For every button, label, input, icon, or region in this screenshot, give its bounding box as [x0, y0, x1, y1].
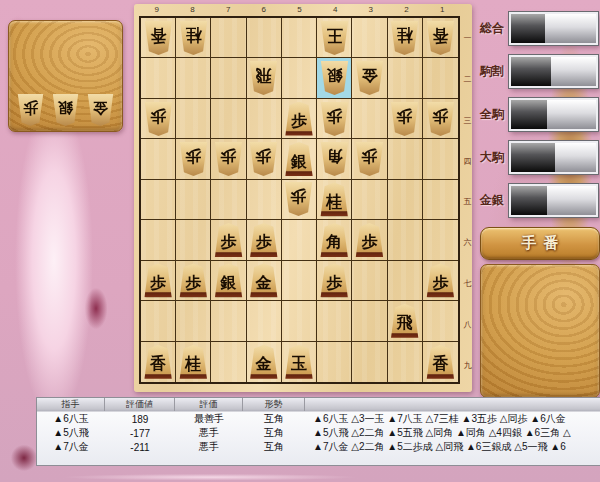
board-square[interactable]	[388, 58, 423, 98]
eval-bar-label: 駒割	[466, 63, 504, 80]
board-square[interactable]: 桂	[176, 18, 211, 58]
board-square[interactable]	[211, 301, 246, 341]
gote-piece-王[interactable]: 王	[320, 21, 349, 55]
eval-bar-dark-segment	[511, 14, 545, 43]
board-square[interactable]: 香	[423, 18, 458, 58]
sente-piece-桂[interactable]: 桂	[179, 345, 208, 379]
board-square[interactable]: 歩	[352, 139, 387, 179]
board-square[interactable]	[388, 220, 423, 260]
board-square[interactable]: 歩	[247, 220, 282, 260]
turn-indicator: 手番	[480, 227, 600, 260]
board-square[interactable]: 桂	[388, 18, 423, 58]
board-square[interactable]: 飛	[247, 58, 282, 98]
gote-hand-pieces: 歩銀金	[17, 94, 114, 126]
board-square[interactable]	[423, 139, 458, 179]
position-assessment: 互角	[243, 412, 305, 426]
board-square[interactable]: 銀	[317, 58, 352, 98]
file-label: 1	[424, 4, 460, 16]
board-square[interactable]	[282, 220, 317, 260]
gote-piece-角[interactable]: 角	[320, 142, 349, 176]
sente-piece-角[interactable]: 角	[320, 223, 349, 257]
board-square[interactable]	[247, 180, 282, 220]
gote-piece-歩[interactable]: 歩	[355, 142, 384, 176]
board-square[interactable]	[247, 18, 282, 58]
board-square[interactable]: 角	[317, 139, 352, 179]
eval-value: -211	[105, 442, 175, 453]
board-grid: 香桂王桂香飛銀金歩歩歩歩歩歩歩歩銀角歩歩桂歩歩角歩歩歩銀金歩歩飛香桂金玉香	[139, 16, 460, 384]
eval-bar	[509, 12, 598, 45]
analysis-column-header: 指手	[37, 398, 105, 411]
candidate-move: ▲7八金	[37, 440, 105, 454]
eval-bar-label: 金銀	[466, 192, 504, 209]
gote-piece-歩[interactable]: 歩	[426, 102, 455, 136]
board-square[interactable]	[141, 220, 176, 260]
board-square[interactable]	[176, 301, 211, 341]
analysis-column-header: 形勢	[243, 398, 305, 411]
analysis-rows: ▲6八玉189最善手互角▲6八玉 △3一玉 ▲7八玉 △7三桂 ▲3五歩 △同歩…	[37, 412, 600, 454]
eval-bar	[509, 184, 598, 217]
board-square[interactable]	[141, 139, 176, 179]
board-square[interactable]: 歩	[423, 99, 458, 139]
eval-bar-row: 金銀	[466, 183, 598, 218]
eval-bar-label: 全駒	[466, 106, 504, 123]
sente-piece-歩[interactable]: 歩	[320, 263, 349, 297]
board-square[interactable]: 角	[317, 220, 352, 260]
board-square[interactable]	[176, 99, 211, 139]
gote-piece-桂[interactable]: 桂	[179, 21, 208, 55]
board-square[interactable]: 歩	[282, 99, 317, 139]
board-square[interactable]	[211, 99, 246, 139]
sente-captured-tray	[480, 264, 600, 398]
sente-piece-桂[interactable]: 桂	[320, 182, 349, 216]
board-square[interactable]	[423, 301, 458, 341]
board-square[interactable]: 金	[247, 342, 282, 382]
board-square[interactable]	[282, 301, 317, 341]
board-square[interactable]	[141, 180, 176, 220]
board-square[interactable]: 歩	[176, 139, 211, 179]
position-assessment: 互角	[243, 440, 305, 454]
board-square[interactable]	[282, 18, 317, 58]
board-square[interactable]: 銀	[282, 139, 317, 179]
board-square[interactable]: 歩	[141, 261, 176, 301]
principal-variation: ▲7八金 △2二角 ▲5二歩成 △同飛 ▲6三銀成 △5一飛 ▲6	[305, 440, 600, 454]
board-square[interactable]: 銀	[211, 261, 246, 301]
principal-variation: ▲6八玉 △3一玉 ▲7八玉 △7三桂 ▲3五歩 △同歩 ▲6八金	[305, 412, 600, 426]
board-square[interactable]: 香	[141, 18, 176, 58]
eval-bar-dark-segment	[511, 143, 555, 172]
gote-piece-歩[interactable]: 歩	[17, 94, 44, 126]
gote-piece-金[interactable]: 金	[355, 61, 384, 95]
gote-piece-桂[interactable]: 桂	[390, 21, 419, 55]
board-square[interactable]: 歩	[141, 99, 176, 139]
sente-piece-歩[interactable]: 歩	[214, 223, 243, 257]
eval-bar	[509, 141, 598, 174]
file-label: 7	[210, 4, 246, 16]
board-square[interactable]: 王	[317, 18, 352, 58]
board-square[interactable]	[352, 18, 387, 58]
analysis-column-header: 評価値	[105, 398, 175, 411]
board-square[interactable]	[247, 99, 282, 139]
sente-piece-歩[interactable]: 歩	[284, 102, 313, 136]
shogi-app-window: 歩銀金 987654321 香桂王桂香飛銀金歩歩歩歩歩歩歩歩銀角歩歩桂歩歩角歩歩…	[0, 0, 600, 482]
eval-bar-label: 大駒	[466, 149, 504, 166]
eval-value: -177	[105, 428, 175, 439]
board-square[interactable]	[211, 18, 246, 58]
file-label: 8	[175, 4, 211, 16]
board-square[interactable]	[176, 58, 211, 98]
rank-label: 七	[463, 263, 472, 304]
sente-piece-金[interactable]: 金	[249, 263, 278, 297]
gote-piece-金[interactable]: 金	[87, 94, 114, 126]
gote-piece-歩[interactable]: 歩	[390, 102, 419, 136]
gote-piece-銀[interactable]: 銀	[320, 61, 349, 95]
candidate-move: ▲6八玉	[37, 412, 105, 426]
file-label: 4	[317, 4, 353, 16]
board-square[interactable]: 飛	[388, 301, 423, 341]
eval-bar-row: 全駒	[466, 97, 598, 132]
board-square[interactable]	[388, 261, 423, 301]
analysis-column-header: 評価	[175, 398, 243, 411]
sente-piece-銀[interactable]: 銀	[214, 263, 243, 297]
sente-piece-歩[interactable]: 歩	[249, 223, 278, 257]
gote-piece-歩[interactable]: 歩	[214, 142, 243, 176]
board-square[interactable]: 香	[423, 342, 458, 382]
sente-piece-銀[interactable]: 銀	[284, 142, 313, 176]
sente-piece-香[interactable]: 香	[144, 345, 173, 379]
file-label: 5	[282, 4, 318, 16]
eval-value: 189	[105, 414, 175, 425]
move-judgement: 悪手	[175, 426, 243, 440]
gote-piece-歩[interactable]: 歩	[249, 142, 278, 176]
rank-label: 八	[463, 304, 472, 345]
sente-piece-香[interactable]: 香	[426, 345, 455, 379]
wood-grain	[481, 265, 599, 397]
board-square[interactable]: 歩	[423, 261, 458, 301]
position-assessment: 互角	[243, 426, 305, 440]
sente-piece-玉[interactable]: 玉	[284, 345, 313, 379]
sente-piece-飛[interactable]: 飛	[390, 304, 419, 338]
sente-piece-金[interactable]: 金	[249, 345, 278, 379]
board-square[interactable]: 歩	[247, 139, 282, 179]
board-square[interactable]: 歩	[317, 99, 352, 139]
board-square[interactable]	[423, 220, 458, 260]
gote-captured-tray: 歩銀金	[8, 20, 123, 132]
board-square[interactable]	[423, 180, 458, 220]
candidate-move: ▲5八飛	[37, 426, 105, 440]
board-square[interactable]	[282, 58, 317, 98]
board-square[interactable]	[352, 180, 387, 220]
board-square[interactable]: 歩	[282, 180, 317, 220]
file-labels: 987654321	[139, 4, 460, 16]
board-square[interactable]: 歩	[211, 220, 246, 260]
board-square[interactable]: 玉	[282, 342, 317, 382]
eval-bar-dark-segment	[511, 100, 547, 129]
eval-bar-row: 大駒	[466, 140, 598, 175]
gote-piece-銀[interactable]: 銀	[52, 94, 79, 126]
board-square[interactable]: 香	[141, 342, 176, 382]
board-square[interactable]	[388, 180, 423, 220]
analysis-header-row: 指手評価値評価形勢	[37, 398, 600, 412]
board-square[interactable]: 金	[247, 261, 282, 301]
board-square[interactable]: 金	[352, 58, 387, 98]
analysis-panel: 指手評価値評価形勢 ▲6八玉189最善手互角▲6八玉 △3一玉 ▲7八玉 △7三…	[36, 397, 600, 466]
board-square[interactable]	[423, 58, 458, 98]
gote-piece-歩[interactable]: 歩	[179, 142, 208, 176]
board-square[interactable]	[141, 58, 176, 98]
rank-label: 六	[463, 222, 472, 263]
move-judgement: 最善手	[175, 412, 243, 426]
analysis-row[interactable]: ▲5八飛-177悪手互角▲5八飛 △2二角 ▲5五飛 △同角 ▲同角 △4四銀 …	[37, 426, 600, 440]
board-square[interactable]	[352, 342, 387, 382]
eval-bar-row: 駒割	[466, 54, 598, 89]
board-square[interactable]: 歩	[352, 220, 387, 260]
board-square[interactable]	[247, 301, 282, 341]
move-judgement: 悪手	[175, 440, 243, 454]
board-square[interactable]: 歩	[317, 261, 352, 301]
board-square[interactable]	[317, 301, 352, 341]
eval-bar-dark-segment	[511, 186, 547, 215]
board-square[interactable]	[176, 180, 211, 220]
board-square[interactable]: 桂	[176, 342, 211, 382]
file-label: 3	[353, 4, 389, 16]
gote-piece-歩[interactable]: 歩	[284, 182, 313, 216]
board-square[interactable]	[282, 261, 317, 301]
gote-piece-香[interactable]: 香	[144, 21, 173, 55]
shogi-board: 987654321 香桂王桂香飛銀金歩歩歩歩歩歩歩歩銀角歩歩桂歩歩角歩歩歩銀金歩…	[134, 4, 472, 392]
board-square[interactable]: 歩	[176, 261, 211, 301]
rank-label: 九	[463, 345, 472, 386]
board-square[interactable]	[211, 342, 246, 382]
analysis-row[interactable]: ▲6八玉189最善手互角▲6八玉 △3一玉 ▲7八玉 △7三桂 ▲3五歩 △同歩…	[37, 412, 600, 426]
eval-bar	[509, 98, 598, 131]
sente-piece-歩[interactable]: 歩	[144, 263, 173, 297]
analysis-column-header-pv	[305, 398, 600, 411]
board-square[interactable]: 桂	[317, 180, 352, 220]
analysis-row[interactable]: ▲7八金-211悪手互角▲7八金 △2二角 ▲5二歩成 △同飛 ▲6三銀成 △5…	[37, 440, 600, 454]
board-square[interactable]	[211, 180, 246, 220]
board-square[interactable]	[317, 342, 352, 382]
gote-piece-歩[interactable]: 歩	[320, 102, 349, 136]
board-square[interactable]	[352, 261, 387, 301]
board-square[interactable]	[211, 58, 246, 98]
gote-piece-歩[interactable]: 歩	[144, 102, 173, 136]
eval-bar-row: 総合	[466, 11, 598, 46]
board-square[interactable]	[176, 220, 211, 260]
board-square[interactable]	[388, 139, 423, 179]
board-square[interactable]: 歩	[211, 139, 246, 179]
board-square[interactable]	[352, 99, 387, 139]
board-square[interactable]: 歩	[388, 99, 423, 139]
gote-piece-飛[interactable]: 飛	[249, 61, 278, 95]
board-square[interactable]	[141, 301, 176, 341]
sente-piece-歩[interactable]: 歩	[179, 263, 208, 297]
board-square[interactable]	[352, 301, 387, 341]
eval-bar-dark-segment	[511, 57, 551, 86]
sente-piece-歩[interactable]: 歩	[426, 263, 455, 297]
board-square[interactable]	[388, 342, 423, 382]
gote-piece-香[interactable]: 香	[426, 21, 455, 55]
eval-bar-label: 総合	[466, 20, 504, 37]
principal-variation: ▲5八飛 △2二角 ▲5五飛 △同角 ▲同角 △4四銀 ▲6三角 △	[305, 426, 600, 440]
file-label: 6	[246, 4, 282, 16]
eval-bar	[509, 55, 598, 88]
file-label: 9	[139, 4, 175, 16]
sente-piece-歩[interactable]: 歩	[355, 223, 384, 257]
file-label: 2	[389, 4, 425, 16]
